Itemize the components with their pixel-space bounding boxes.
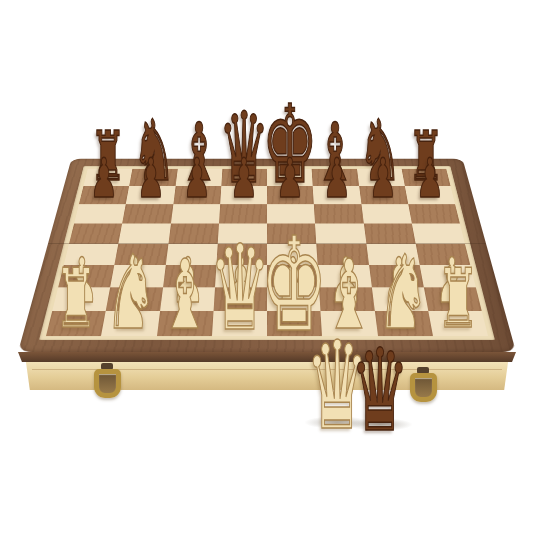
scene: ♜♞♝♛♚♝♞♜♟♟♟♟♟♟♟♟♟♟♟♟♟♟♟♟♜♞♝♛♚♝♞♜♛♛ [0,0,533,533]
piece-black-pawn-c7[interactable]: ♟ [183,151,211,206]
piece-black-pawn-a7[interactable]: ♟ [90,151,118,206]
piece-black-pawn-g7[interactable]: ♟ [369,151,397,206]
piece-black-pawn-f7[interactable]: ♟ [322,151,350,206]
pieces-layer: ♜♞♝♛♚♝♞♜♟♟♟♟♟♟♟♟♟♟♟♟♟♟♟♟♜♞♝♛♚♝♞♜♛♛ [0,0,533,533]
piece-black-pawn-h7[interactable]: ♟ [415,151,443,206]
piece-white-bishop-c1[interactable]: ♝ [160,247,210,343]
piece-black-pawn-e7[interactable]: ♟ [276,151,304,206]
piece-white-rook-h1[interactable]: ♜ [436,258,479,340]
spare-black-queen[interactable]: ♛ [350,334,409,448]
piece-black-pawn-b7[interactable]: ♟ [137,151,165,206]
piece-white-knight-b1[interactable]: ♞ [104,242,157,344]
piece-black-pawn-d7[interactable]: ♟ [230,151,258,206]
piece-white-rook-a1[interactable]: ♜ [55,258,98,340]
